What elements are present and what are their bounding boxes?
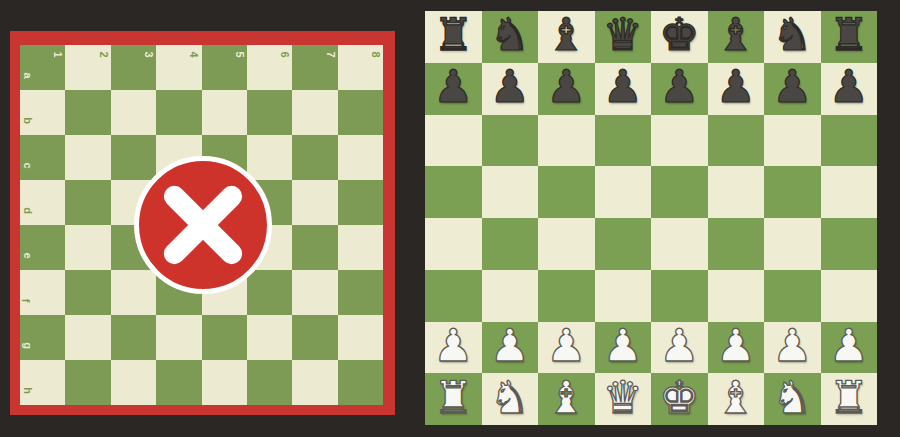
square-d6[interactable] [595,115,652,167]
piece-white-rook[interactable]: ♜ [829,375,869,420]
piece-white-queen[interactable]: ♛ [603,375,643,420]
piece-white-pawn[interactable]: ♟ [490,323,530,368]
rank-label: 4 [188,51,199,57]
square-c4[interactable] [538,218,595,270]
square-e7[interactable]: ♟ [651,63,708,115]
square-g1[interactable]: ♞ [764,373,821,425]
square-b7[interactable]: ♟ [482,63,539,115]
piece-white-pawn[interactable]: ♟ [546,323,586,368]
file-label: g [22,342,33,349]
piece-white-rook[interactable]: ♜ [433,375,473,420]
file-label: h [22,387,33,394]
left-square-5-7 [338,270,383,315]
square-h7[interactable]: ♟ [821,63,878,115]
left-square-1-2 [111,90,156,135]
square-c1[interactable]: ♝ [538,373,595,425]
piece-black-bishop[interactable]: ♝ [716,12,756,57]
rank-label: 1 [52,51,63,57]
square-b2[interactable]: ♟ [482,322,539,374]
square-f6[interactable] [708,115,765,167]
piece-black-pawn[interactable]: ♟ [603,64,643,109]
left-square-6-6 [292,315,337,360]
page-background: 1a2345678bcdefgh ♜♞♝♛♚♝♞♜♟♟♟♟♟♟♟♟♟♟♟♟♟♟♟… [0,0,900,437]
left-square-7-1 [65,360,110,405]
left-square-0-3: 4 [156,45,201,90]
piece-white-pawn[interactable]: ♟ [829,323,869,368]
square-d8[interactable]: ♛ [595,11,652,63]
left-square-2-5 [247,135,292,180]
square-g6[interactable] [764,115,821,167]
piece-black-king[interactable]: ♚ [659,12,699,57]
square-g7[interactable]: ♟ [764,63,821,115]
square-d1[interactable]: ♛ [595,373,652,425]
left-square-6-0: g [20,315,65,360]
left-square-7-7 [338,360,383,405]
piece-black-pawn[interactable]: ♟ [433,64,473,109]
square-g2[interactable]: ♟ [764,322,821,374]
square-d2[interactable]: ♟ [595,322,652,374]
rank-label: 2 [97,51,108,57]
square-e3[interactable] [651,270,708,322]
left-square-5-1 [65,270,110,315]
square-e6[interactable] [651,115,708,167]
square-f5[interactable] [708,166,765,218]
square-a6[interactable] [425,115,482,167]
piece-white-pawn[interactable]: ♟ [603,323,643,368]
left-square-3-0: d [20,180,65,225]
square-d4[interactable] [595,218,652,270]
left-square-1-1 [65,90,110,135]
square-c2[interactable]: ♟ [538,322,595,374]
left-square-2-0: c [20,135,65,180]
correct-setup-board: ♜♞♝♛♚♝♞♜♟♟♟♟♟♟♟♟♟♟♟♟♟♟♟♟♜♞♝♛♚♝♞♜ [425,11,877,425]
piece-white-king[interactable]: ♚ [659,375,699,420]
square-h5[interactable] [821,166,878,218]
square-a3[interactable] [425,270,482,322]
square-c7[interactable]: ♟ [538,63,595,115]
square-b8[interactable]: ♞ [482,11,539,63]
left-square-4-6 [292,225,337,270]
square-h1[interactable]: ♜ [821,373,878,425]
left-square-6-5 [247,315,292,360]
square-g4[interactable] [764,218,821,270]
piece-black-pawn[interactable]: ♟ [659,64,699,109]
left-square-7-6 [292,360,337,405]
left-square-0-6: 7 [292,45,337,90]
square-h4[interactable] [821,218,878,270]
square-a2[interactable]: ♟ [425,322,482,374]
piece-white-bishop[interactable]: ♝ [546,375,586,420]
rank-label: 8 [369,51,380,57]
left-square-0-1: 2 [65,45,110,90]
square-a1[interactable]: ♜ [425,373,482,425]
square-d3[interactable] [595,270,652,322]
left-square-0-5: 6 [247,45,292,90]
left-square-2-2 [111,135,156,180]
left-square-1-0: b [20,90,65,135]
file-label: b [22,117,33,124]
square-b6[interactable] [482,115,539,167]
square-g3[interactable] [764,270,821,322]
square-f2[interactable]: ♟ [708,322,765,374]
piece-white-pawn[interactable]: ♟ [659,323,699,368]
square-c8[interactable]: ♝ [538,11,595,63]
left-square-2-1 [65,135,110,180]
square-b3[interactable] [482,270,539,322]
left-square-4-7 [338,225,383,270]
square-e2[interactable]: ♟ [651,322,708,374]
left-square-3-7 [338,180,383,225]
left-square-0-7: 8 [338,45,383,90]
left-square-1-4 [202,90,247,135]
left-square-2-6 [292,135,337,180]
left-square-7-5 [247,360,292,405]
left-square-4-0: e [20,225,65,270]
piece-black-queen[interactable]: ♛ [603,12,643,57]
square-e8[interactable]: ♚ [651,11,708,63]
file-label: a [22,72,33,78]
left-square-1-7 [338,90,383,135]
piece-white-bishop[interactable]: ♝ [716,375,756,420]
square-h2[interactable]: ♟ [821,322,878,374]
left-square-6-3 [156,315,201,360]
file-label: f [20,299,31,303]
piece-white-knight[interactable]: ♞ [772,375,812,420]
left-square-6-7 [338,315,383,360]
rank-label: 3 [143,51,154,57]
rank-label: 7 [324,51,335,57]
left-square-7-2 [111,360,156,405]
piece-white-knight[interactable]: ♞ [490,375,530,420]
left-square-2-7 [338,135,383,180]
piece-white-pawn[interactable]: ♟ [433,323,473,368]
square-b5[interactable] [482,166,539,218]
left-square-0-2: 3 [111,45,156,90]
square-h3[interactable] [821,270,878,322]
left-square-5-0: f [20,270,65,315]
left-square-7-3 [156,360,201,405]
square-f1[interactable]: ♝ [708,373,765,425]
piece-white-pawn[interactable]: ♟ [716,323,756,368]
piece-white-pawn[interactable]: ♟ [772,323,812,368]
left-square-6-1 [65,315,110,360]
square-f4[interactable] [708,218,765,270]
square-a4[interactable] [425,218,482,270]
left-square-5-2 [111,270,156,315]
square-g8[interactable]: ♞ [764,11,821,63]
left-square-6-4 [202,315,247,360]
square-c5[interactable] [538,166,595,218]
left-square-1-3 [156,90,201,135]
piece-black-pawn[interactable]: ♟ [490,64,530,109]
left-square-1-5 [247,90,292,135]
piece-black-knight[interactable]: ♞ [772,12,812,57]
file-label: c [22,162,33,168]
left-square-7-0: h [20,360,65,405]
left-square-3-1 [65,180,110,225]
square-f3[interactable] [708,270,765,322]
piece-black-knight[interactable]: ♞ [490,12,530,57]
square-b1[interactable]: ♞ [482,373,539,425]
square-e4[interactable] [651,218,708,270]
left-square-6-2 [111,315,156,360]
square-f8[interactable]: ♝ [708,11,765,63]
square-e1[interactable]: ♚ [651,373,708,425]
square-d7[interactable]: ♟ [595,63,652,115]
piece-black-pawn[interactable]: ♟ [829,64,869,109]
square-c6[interactable] [538,115,595,167]
piece-black-pawn[interactable]: ♟ [716,64,756,109]
x-mark-circle [134,156,272,294]
piece-black-pawn[interactable]: ♟ [546,64,586,109]
square-a8[interactable]: ♜ [425,11,482,63]
left-square-0-4: 5 [202,45,247,90]
square-h6[interactable] [821,115,878,167]
piece-black-bishop[interactable]: ♝ [546,12,586,57]
file-label: d [22,207,33,214]
square-c3[interactable] [538,270,595,322]
left-square-3-6 [292,180,337,225]
piece-black-rook[interactable]: ♜ [433,12,473,57]
left-square-4-1 [65,225,110,270]
square-g5[interactable] [764,166,821,218]
left-square-7-4 [202,360,247,405]
rank-label: 6 [279,51,290,57]
piece-black-rook[interactable]: ♜ [829,12,869,57]
square-e5[interactable] [651,166,708,218]
left-square-1-6 [292,90,337,135]
left-square-5-6 [292,270,337,315]
square-b4[interactable] [482,218,539,270]
square-a5[interactable] [425,166,482,218]
file-label: e [22,252,33,258]
square-d5[interactable] [595,166,652,218]
piece-black-pawn[interactable]: ♟ [772,64,812,109]
left-square-0-0: 1a [20,45,65,90]
rank-label: 5 [233,51,244,57]
square-a7[interactable]: ♟ [425,63,482,115]
left-square-5-5 [247,270,292,315]
square-h8[interactable]: ♜ [821,11,878,63]
square-f7[interactable]: ♟ [708,63,765,115]
